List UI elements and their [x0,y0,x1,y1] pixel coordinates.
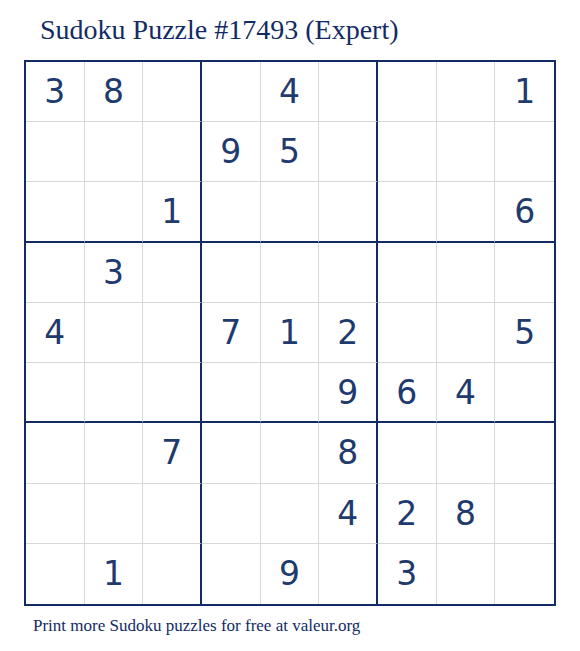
sudoku-cell-r9c3[interactable] [143,544,202,604]
sudoku-cell-r8c2[interactable] [85,484,144,544]
sudoku-cell-r4c1[interactable] [26,243,85,303]
sudoku-cell-r2c9[interactable] [495,122,554,182]
sudoku-cell-r7c2[interactable] [85,423,144,483]
sudoku-cell-r1c5[interactable]: 4 [261,62,320,122]
sudoku-cell-r2c8[interactable] [437,122,496,182]
sudoku-cell-r3c3[interactable]: 1 [143,182,202,242]
sudoku-cell-r6c7[interactable]: 6 [378,363,437,423]
sudoku-cell-r1c9[interactable]: 1 [495,62,554,122]
sudoku-cell-r6c1[interactable] [26,363,85,423]
sudoku-cell-r4c8[interactable] [437,243,496,303]
sudoku-cell-r9c6[interactable] [319,544,378,604]
sudoku-cell-r7c9[interactable] [495,423,554,483]
sudoku-cell-r1c3[interactable] [143,62,202,122]
sudoku-cell-r2c3[interactable] [143,122,202,182]
sudoku-cell-r6c4[interactable] [202,363,261,423]
sudoku-cell-r8c6[interactable]: 4 [319,484,378,544]
sudoku-board: 3841951634712596478428193 [24,60,556,606]
sudoku-cell-r3c2[interactable] [85,182,144,242]
sudoku-cell-r9c7[interactable]: 3 [378,544,437,604]
sudoku-cell-r1c6[interactable] [319,62,378,122]
sudoku-cell-r5c8[interactable] [437,303,496,363]
sudoku-cell-r6c8[interactable]: 4 [437,363,496,423]
sudoku-cell-r3c8[interactable] [437,182,496,242]
sudoku-cell-r4c2[interactable]: 3 [85,243,144,303]
sudoku-cell-r5c2[interactable] [85,303,144,363]
sudoku-cell-r8c4[interactable] [202,484,261,544]
sudoku-cell-r7c7[interactable] [378,423,437,483]
sudoku-cell-r4c7[interactable] [378,243,437,303]
sudoku-cell-r1c2[interactable]: 8 [85,62,144,122]
sudoku-cell-r6c9[interactable] [495,363,554,423]
sudoku-cell-r8c1[interactable] [26,484,85,544]
sudoku-cell-r2c2[interactable] [85,122,144,182]
sudoku-cell-r2c7[interactable] [378,122,437,182]
sudoku-cell-r7c8[interactable] [437,423,496,483]
sudoku-cell-r5c4[interactable]: 7 [202,303,261,363]
sudoku-cell-r4c5[interactable] [261,243,320,303]
sudoku-cell-r5c5[interactable]: 1 [261,303,320,363]
sudoku-cell-r3c4[interactable] [202,182,261,242]
sudoku-cell-r7c4[interactable] [202,423,261,483]
sudoku-cell-r8c5[interactable] [261,484,320,544]
sudoku-cell-r5c3[interactable] [143,303,202,363]
sudoku-cell-r3c9[interactable]: 6 [495,182,554,242]
sudoku-cell-r3c7[interactable] [378,182,437,242]
sudoku-cell-r9c5[interactable]: 9 [261,544,320,604]
footer-text: Print more Sudoku puzzles for free at va… [33,616,360,636]
sudoku-cell-r9c9[interactable] [495,544,554,604]
sudoku-cell-r5c7[interactable] [378,303,437,363]
sudoku-cell-r3c5[interactable] [261,182,320,242]
sudoku-cell-r4c4[interactable] [202,243,261,303]
sudoku-cell-r8c3[interactable] [143,484,202,544]
sudoku-cell-r6c3[interactable] [143,363,202,423]
sudoku-cell-r2c4[interactable]: 9 [202,122,261,182]
sudoku-cell-r9c1[interactable] [26,544,85,604]
sudoku-cell-r4c3[interactable] [143,243,202,303]
sudoku-cell-r6c6[interactable]: 9 [319,363,378,423]
sudoku-cell-r9c8[interactable] [437,544,496,604]
sudoku-cell-r1c4[interactable] [202,62,261,122]
sudoku-cell-r3c6[interactable] [319,182,378,242]
sudoku-cell-r1c7[interactable] [378,62,437,122]
sudoku-cell-r7c6[interactable]: 8 [319,423,378,483]
sudoku-cell-r2c5[interactable]: 5 [261,122,320,182]
sudoku-cell-r8c7[interactable]: 2 [378,484,437,544]
sudoku-cell-r7c1[interactable] [26,423,85,483]
sudoku-cell-r7c5[interactable] [261,423,320,483]
sudoku-cell-r3c1[interactable] [26,182,85,242]
sudoku-cell-r9c2[interactable]: 1 [85,544,144,604]
sudoku-cell-r9c4[interactable] [202,544,261,604]
sudoku-cell-r1c8[interactable] [437,62,496,122]
page-title: Sudoku Puzzle #17493 (Expert) [40,14,399,46]
sudoku-cell-r4c6[interactable] [319,243,378,303]
sudoku-cell-r5c9[interactable]: 5 [495,303,554,363]
sudoku-cell-r5c1[interactable]: 4 [26,303,85,363]
sudoku-cell-r2c6[interactable] [319,122,378,182]
sudoku-cell-r2c1[interactable] [26,122,85,182]
sudoku-page: Sudoku Puzzle #17493 (Expert) 3841951634… [0,0,580,651]
sudoku-cell-r6c2[interactable] [85,363,144,423]
sudoku-cell-r8c8[interactable]: 8 [437,484,496,544]
sudoku-cell-r8c9[interactable] [495,484,554,544]
sudoku-cell-r5c6[interactable]: 2 [319,303,378,363]
sudoku-cell-r4c9[interactable] [495,243,554,303]
sudoku-cell-r7c3[interactable]: 7 [143,423,202,483]
sudoku-cell-r1c1[interactable]: 3 [26,62,85,122]
sudoku-cell-r6c5[interactable] [261,363,320,423]
